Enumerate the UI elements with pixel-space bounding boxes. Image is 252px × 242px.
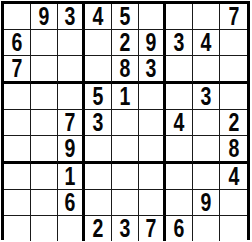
cell-r9c6[interactable]: 7: [139, 216, 166, 241]
given-digit: 7: [146, 216, 157, 241]
cell-r6c7[interactable]: [166, 136, 193, 164]
cell-r8c5[interactable]: [112, 190, 139, 216]
given-digit: 1: [65, 164, 76, 189]
given-digit: 3: [201, 84, 212, 109]
given-digit: 2: [120, 30, 131, 55]
cell-r9c5[interactable]: 3: [112, 216, 139, 241]
cell-r6c1[interactable]: [4, 136, 31, 164]
cell-r6c6[interactable]: [139, 136, 166, 164]
cell-r8c9[interactable]: [220, 190, 247, 216]
cell-r9c7[interactable]: 6: [166, 216, 193, 241]
cell-r8c1[interactable]: [4, 190, 31, 216]
cell-r7c2[interactable]: [31, 164, 58, 190]
cell-r5c2[interactable]: [31, 110, 58, 136]
cell-r2c8[interactable]: 4: [193, 30, 220, 56]
given-digit: 7: [65, 110, 76, 135]
given-digit: 2: [228, 110, 239, 135]
cell-r8c4[interactable]: [85, 190, 112, 216]
cell-r1c7[interactable]: [166, 4, 193, 30]
cell-r5c1[interactable]: [4, 110, 31, 136]
cell-r4c6[interactable]: [139, 84, 166, 110]
cell-r5c7[interactable]: 4: [166, 110, 193, 136]
given-digit: 1: [120, 84, 131, 109]
cell-r5c9[interactable]: 2: [220, 110, 247, 136]
given-digit: 4: [228, 164, 239, 189]
given-digit: 3: [146, 56, 157, 81]
cell-r8c6[interactable]: [139, 190, 166, 216]
given-digit: 5: [120, 4, 131, 29]
cell-r3c4[interactable]: [85, 56, 112, 84]
cell-r7c9[interactable]: 4: [220, 164, 247, 190]
cell-r8c2[interactable]: [31, 190, 58, 216]
cell-r3c6[interactable]: 3: [139, 56, 166, 84]
cell-r1c4[interactable]: 4: [85, 4, 112, 30]
given-digit: 8: [120, 56, 131, 81]
cell-r6c8[interactable]: [193, 136, 220, 164]
given-digit: 6: [65, 190, 76, 215]
given-digit: 3: [93, 110, 104, 135]
cell-r1c6[interactable]: [139, 4, 166, 30]
cell-r9c4[interactable]: 2: [85, 216, 112, 241]
cell-r9c8[interactable]: [193, 216, 220, 241]
cell-r2c1[interactable]: 6: [4, 30, 31, 56]
cell-r7c4[interactable]: [85, 164, 112, 190]
given-digit: 3: [65, 4, 76, 29]
cell-r7c3[interactable]: 1: [58, 164, 85, 190]
cell-r3c7[interactable]: [166, 56, 193, 84]
cell-r5c6[interactable]: [139, 110, 166, 136]
cell-r1c9[interactable]: 7: [220, 4, 247, 30]
cell-r6c5[interactable]: [112, 136, 139, 164]
cell-r1c3[interactable]: 3: [58, 4, 85, 30]
given-digit: 6: [174, 216, 185, 241]
given-digit: 9: [39, 4, 50, 29]
cell-r3c2[interactable]: [31, 56, 58, 84]
given-digit: 4: [174, 110, 185, 135]
cell-r6c3[interactable]: 9: [58, 136, 85, 164]
cell-r3c9[interactable]: [220, 56, 247, 84]
cell-r7c1[interactable]: [4, 164, 31, 190]
given-digit: 7: [228, 4, 239, 29]
cell-r6c2[interactable]: [31, 136, 58, 164]
cell-r1c1[interactable]: [4, 4, 31, 30]
cell-r4c4[interactable]: 5: [85, 84, 112, 110]
cell-r3c1[interactable]: 7: [4, 56, 31, 84]
cell-r7c6[interactable]: [139, 164, 166, 190]
cell-r4c7[interactable]: [166, 84, 193, 110]
cell-r1c5[interactable]: 5: [112, 4, 139, 30]
cell-r2c3[interactable]: [58, 30, 85, 56]
cell-r4c1[interactable]: [4, 84, 31, 110]
sudoku-board: 934576293478351373429814692376: [1, 1, 250, 240]
cell-r7c5[interactable]: [112, 164, 139, 190]
cell-r5c3[interactable]: 7: [58, 110, 85, 136]
cell-r4c2[interactable]: [31, 84, 58, 110]
given-digit: 4: [93, 4, 104, 29]
given-digit: 6: [12, 30, 23, 55]
cell-r5c8[interactable]: [193, 110, 220, 136]
cell-r2c5[interactable]: 2: [112, 30, 139, 56]
cell-r4c3[interactable]: [58, 84, 85, 110]
given-digit: 9: [146, 30, 157, 55]
cell-r8c7[interactable]: [166, 190, 193, 216]
given-digit: 9: [65, 136, 76, 161]
cell-r3c3[interactable]: [58, 56, 85, 84]
cell-r5c5[interactable]: [112, 110, 139, 136]
cell-r4c8[interactable]: 3: [193, 84, 220, 110]
cell-r8c3[interactable]: 6: [58, 190, 85, 216]
cell-r2c2[interactable]: [31, 30, 58, 56]
given-digit: 3: [120, 216, 131, 241]
cell-r6c4[interactable]: [85, 136, 112, 164]
cell-r1c2[interactable]: 9: [31, 4, 58, 30]
given-digit: 3: [174, 30, 185, 55]
cell-r9c1[interactable]: [4, 216, 31, 241]
given-digit: 9: [201, 190, 212, 215]
cell-r9c9[interactable]: [220, 216, 247, 241]
cell-r8c8[interactable]: 9: [193, 190, 220, 216]
given-digit: 7: [12, 56, 23, 81]
cell-r7c8[interactable]: [193, 164, 220, 190]
cell-r2c4[interactable]: [85, 30, 112, 56]
cell-r4c5[interactable]: 1: [112, 84, 139, 110]
cell-r1c8[interactable]: [193, 4, 220, 30]
given-digit: 5: [93, 84, 104, 109]
cell-r5c4[interactable]: 3: [85, 110, 112, 136]
given-digit: 2: [93, 216, 104, 241]
cell-r4c9[interactable]: [220, 84, 247, 110]
cell-r3c8[interactable]: [193, 56, 220, 84]
cell-r2c9[interactable]: [220, 30, 247, 56]
cell-r2c6[interactable]: 9: [139, 30, 166, 56]
cell-r2c7[interactable]: 3: [166, 30, 193, 56]
given-digit: 4: [201, 30, 212, 55]
cell-r7c7[interactable]: [166, 164, 193, 190]
cell-r9c2[interactable]: [31, 216, 58, 241]
given-digit: 8: [228, 136, 239, 161]
cell-r3c5[interactable]: 8: [112, 56, 139, 84]
cell-r9c3[interactable]: [58, 216, 85, 241]
cell-r6c9[interactable]: 8: [220, 136, 247, 164]
